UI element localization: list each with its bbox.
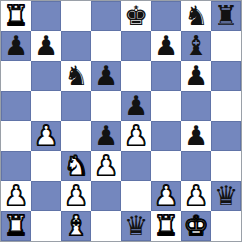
black-pawn: ♟ <box>94 122 118 149</box>
square-f5[interactable] <box>151 91 181 121</box>
square-f8[interactable] <box>151 1 181 31</box>
square-g6[interactable]: ♟ <box>181 61 211 91</box>
square-a8[interactable]: ♜ <box>1 1 31 31</box>
square-e3[interactable] <box>121 151 151 181</box>
square-d7[interactable] <box>91 31 121 61</box>
square-c6[interactable]: ♞ <box>61 61 91 91</box>
square-a1[interactable]: ♜ <box>1 211 31 241</box>
square-a6[interactable] <box>1 61 31 91</box>
square-b4[interactable]: ♟ <box>31 121 61 151</box>
black-queen: ♛ <box>214 182 238 209</box>
black-pawn: ♟ <box>34 32 58 59</box>
square-a2[interactable]: ♟ <box>1 181 31 211</box>
chess-board: ♜♚♞♜♟♟♟♝♞♟♟♟♟♟♟♟♞♟♟♟♟♟♛♜♝♛♜♚ <box>0 0 242 242</box>
square-a4[interactable] <box>1 121 31 151</box>
square-b7[interactable]: ♟ <box>31 31 61 61</box>
square-c5[interactable] <box>61 91 91 121</box>
square-e4[interactable]: ♟ <box>121 121 151 151</box>
white-pawn: ♟ <box>184 182 208 209</box>
square-c1[interactable]: ♝ <box>61 211 91 241</box>
square-f1[interactable]: ♜ <box>151 211 181 241</box>
square-f3[interactable] <box>151 151 181 181</box>
black-pawn: ♟ <box>184 62 208 89</box>
square-g3[interactable] <box>181 151 211 181</box>
square-h6[interactable] <box>211 61 241 91</box>
square-h3[interactable] <box>211 151 241 181</box>
white-rook: ♜ <box>4 2 28 29</box>
square-f6[interactable] <box>151 61 181 91</box>
square-h2[interactable]: ♛ <box>211 181 241 211</box>
white-rook: ♜ <box>154 212 178 239</box>
square-a7[interactable]: ♟ <box>1 31 31 61</box>
square-h7[interactable] <box>211 31 241 61</box>
black-queen: ♛ <box>124 212 148 239</box>
square-e7[interactable] <box>121 31 151 61</box>
square-f2[interactable]: ♟ <box>151 181 181 211</box>
square-d1[interactable] <box>91 211 121 241</box>
square-f7[interactable]: ♟ <box>151 31 181 61</box>
white-pawn: ♟ <box>64 182 88 209</box>
square-e5[interactable]: ♟ <box>121 91 151 121</box>
square-g1[interactable]: ♚ <box>181 211 211 241</box>
square-c3[interactable]: ♞ <box>61 151 91 181</box>
square-c2[interactable]: ♟ <box>61 181 91 211</box>
square-b1[interactable] <box>31 211 61 241</box>
square-g2[interactable]: ♟ <box>181 181 211 211</box>
black-pawn: ♟ <box>94 62 118 89</box>
square-b2[interactable] <box>31 181 61 211</box>
square-g7[interactable]: ♝ <box>181 31 211 61</box>
square-d5[interactable] <box>91 91 121 121</box>
square-b6[interactable] <box>31 61 61 91</box>
square-b8[interactable] <box>31 1 61 31</box>
square-e1[interactable]: ♛ <box>121 211 151 241</box>
white-pawn: ♟ <box>4 182 28 209</box>
square-g8[interactable]: ♞ <box>181 1 211 31</box>
square-c4[interactable] <box>61 121 91 151</box>
white-pawn: ♟ <box>124 122 148 149</box>
square-h5[interactable] <box>211 91 241 121</box>
black-knight: ♞ <box>64 62 88 89</box>
black-pawn: ♟ <box>124 92 148 119</box>
black-knight: ♞ <box>184 2 208 29</box>
square-c8[interactable] <box>61 1 91 31</box>
square-b5[interactable] <box>31 91 61 121</box>
square-g4[interactable]: ♟ <box>181 121 211 151</box>
square-d8[interactable] <box>91 1 121 31</box>
white-pawn: ♟ <box>34 122 58 149</box>
square-b3[interactable] <box>31 151 61 181</box>
black-king: ♚ <box>124 2 148 29</box>
square-a5[interactable] <box>1 91 31 121</box>
square-d6[interactable]: ♟ <box>91 61 121 91</box>
black-bishop: ♝ <box>184 32 208 59</box>
square-c7[interactable] <box>61 31 91 61</box>
square-h8[interactable]: ♜ <box>211 1 241 31</box>
white-rook: ♜ <box>4 212 28 239</box>
square-e6[interactable] <box>121 61 151 91</box>
square-h4[interactable] <box>211 121 241 151</box>
square-g5[interactable] <box>181 91 211 121</box>
black-rook: ♜ <box>214 2 238 29</box>
white-bishop: ♝ <box>64 212 88 239</box>
square-h1[interactable] <box>211 211 241 241</box>
white-king: ♚ <box>184 212 208 239</box>
square-a3[interactable] <box>1 151 31 181</box>
black-pawn: ♟ <box>4 32 28 59</box>
square-e8[interactable]: ♚ <box>121 1 151 31</box>
black-pawn: ♟ <box>154 32 178 59</box>
white-knight: ♞ <box>64 152 88 179</box>
black-pawn: ♟ <box>184 122 208 149</box>
square-d3[interactable]: ♟ <box>91 151 121 181</box>
white-pawn: ♟ <box>154 182 178 209</box>
square-e2[interactable] <box>121 181 151 211</box>
square-f4[interactable] <box>151 121 181 151</box>
square-d4[interactable]: ♟ <box>91 121 121 151</box>
square-d2[interactable] <box>91 181 121 211</box>
white-pawn: ♟ <box>94 152 118 179</box>
